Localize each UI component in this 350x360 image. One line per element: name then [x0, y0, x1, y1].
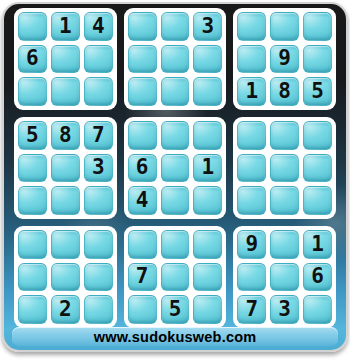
cell-r3c6[interactable]	[193, 77, 222, 106]
cell-r3c3[interactable]	[84, 77, 113, 106]
cell-r6c8[interactable]	[270, 186, 299, 215]
box-6	[233, 117, 336, 219]
cell-r6c3[interactable]	[84, 186, 113, 215]
cell-r7c8[interactable]	[270, 230, 299, 259]
cell-r3c8[interactable]: 8	[270, 77, 299, 106]
box-7: 2	[14, 226, 117, 328]
cell-r7c1[interactable]	[18, 230, 47, 259]
cell-r5c4[interactable]: 6	[128, 154, 157, 183]
cell-r1c4[interactable]	[128, 12, 157, 41]
cell-r3c9[interactable]: 5	[303, 77, 332, 106]
cell-r8c4[interactable]: 7	[128, 263, 157, 292]
site-url-label: www.sudokusweb.com	[94, 329, 257, 345]
cell-r2c2[interactable]	[51, 45, 80, 74]
cell-r5c8[interactable]	[270, 154, 299, 183]
cell-r8c9[interactable]: 6	[303, 263, 332, 292]
cell-r9c9[interactable]	[303, 295, 332, 324]
cell-r9c3[interactable]	[84, 295, 113, 324]
cell-r2c7[interactable]	[237, 45, 266, 74]
cell-r5c9[interactable]	[303, 154, 332, 183]
cell-r7c2[interactable]	[51, 230, 80, 259]
cell-r1c9[interactable]	[303, 12, 332, 41]
cell-r4c5[interactable]	[161, 121, 190, 150]
cell-r1c1[interactable]	[18, 12, 47, 41]
cell-r1c6[interactable]: 3	[193, 12, 222, 41]
cell-r6c9[interactable]	[303, 186, 332, 215]
cell-r2c3[interactable]	[84, 45, 113, 74]
cell-r3c1[interactable]	[18, 77, 47, 106]
cell-r1c2[interactable]: 1	[51, 12, 80, 41]
cell-r6c2[interactable]	[51, 186, 80, 215]
cell-r7c5[interactable]	[161, 230, 190, 259]
box-5: 614	[124, 117, 227, 219]
box-3: 9185	[233, 8, 336, 110]
cell-r4c3[interactable]: 7	[84, 121, 113, 150]
cell-r7c6[interactable]	[193, 230, 222, 259]
cell-r4c1[interactable]: 5	[18, 121, 47, 150]
cell-r4c4[interactable]	[128, 121, 157, 150]
cell-r3c2[interactable]	[51, 77, 80, 106]
cell-r2c9[interactable]	[303, 45, 332, 74]
sudoku-widget: 14639185587361427591673 www.sudokusweb.c…	[0, 0, 350, 360]
cell-r6c1[interactable]	[18, 186, 47, 215]
cell-r7c9[interactable]: 1	[303, 230, 332, 259]
cell-r4c9[interactable]	[303, 121, 332, 150]
cell-r8c7[interactable]	[237, 263, 266, 292]
cell-r7c7[interactable]: 9	[237, 230, 266, 259]
cell-r5c3[interactable]: 3	[84, 154, 113, 183]
cell-r9c7[interactable]: 7	[237, 295, 266, 324]
cell-r3c7[interactable]: 1	[237, 77, 266, 106]
cell-r8c3[interactable]	[84, 263, 113, 292]
cell-r5c5[interactable]	[161, 154, 190, 183]
cell-r4c7[interactable]	[237, 121, 266, 150]
box-9: 91673	[233, 226, 336, 328]
board-frame: 14639185587361427591673 www.sudokusweb.c…	[2, 2, 348, 352]
cell-r8c8[interactable]	[270, 263, 299, 292]
cell-r2c4[interactable]	[128, 45, 157, 74]
cell-r2c1[interactable]: 6	[18, 45, 47, 74]
box-4: 5873	[14, 117, 117, 219]
cell-r9c8[interactable]: 3	[270, 295, 299, 324]
cell-r6c6[interactable]	[193, 186, 222, 215]
box-1: 146	[14, 8, 117, 110]
cell-r5c7[interactable]	[237, 154, 266, 183]
cell-r6c7[interactable]	[237, 186, 266, 215]
cell-r1c8[interactable]	[270, 12, 299, 41]
cell-r5c1[interactable]	[18, 154, 47, 183]
cell-r4c6[interactable]	[193, 121, 222, 150]
cell-r3c5[interactable]	[161, 77, 190, 106]
cell-r4c2[interactable]: 8	[51, 121, 80, 150]
cell-r7c4[interactable]	[128, 230, 157, 259]
cell-r9c6[interactable]	[193, 295, 222, 324]
cell-r6c5[interactable]	[161, 186, 190, 215]
cell-r2c5[interactable]	[161, 45, 190, 74]
box-8: 75	[124, 226, 227, 328]
footer-band: www.sudokusweb.com	[12, 327, 338, 346]
cell-r1c5[interactable]	[161, 12, 190, 41]
cell-r9c1[interactable]	[18, 295, 47, 324]
cell-r9c4[interactable]	[128, 295, 157, 324]
cell-r3c4[interactable]	[128, 77, 157, 106]
cell-r9c5[interactable]: 5	[161, 295, 190, 324]
cell-r4c8[interactable]	[270, 121, 299, 150]
sudoku-grid: 14639185587361427591673	[14, 8, 336, 328]
cell-r8c6[interactable]	[193, 263, 222, 292]
cell-r6c4[interactable]: 4	[128, 186, 157, 215]
cell-r1c7[interactable]	[237, 12, 266, 41]
box-2: 3	[124, 8, 227, 110]
cell-r2c8[interactable]: 9	[270, 45, 299, 74]
cell-r8c2[interactable]	[51, 263, 80, 292]
cell-r1c3[interactable]: 4	[84, 12, 113, 41]
cell-r2c6[interactable]	[193, 45, 222, 74]
cell-r9c2[interactable]: 2	[51, 295, 80, 324]
cell-r8c1[interactable]	[18, 263, 47, 292]
cell-r5c2[interactable]	[51, 154, 80, 183]
cell-r5c6[interactable]: 1	[193, 154, 222, 183]
cell-r8c5[interactable]	[161, 263, 190, 292]
cell-r7c3[interactable]	[84, 230, 113, 259]
